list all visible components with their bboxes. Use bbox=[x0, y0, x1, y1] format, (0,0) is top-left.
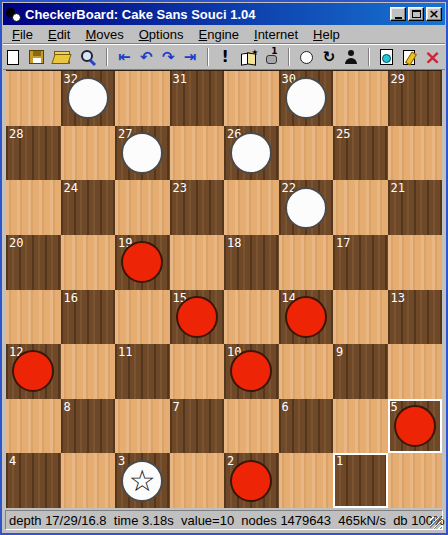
square-7[interactable]: 7 bbox=[170, 399, 225, 454]
square-14[interactable]: 14 bbox=[279, 290, 334, 345]
square-light bbox=[6, 71, 61, 126]
close-button[interactable]: × bbox=[426, 7, 442, 21]
square-light bbox=[333, 180, 388, 235]
red-x-icon: × bbox=[424, 47, 441, 67]
king-star-icon: ☆ bbox=[129, 466, 156, 496]
square-number: 6 bbox=[282, 400, 289, 414]
square-light bbox=[224, 290, 279, 345]
square-18[interactable]: 18 bbox=[224, 235, 279, 290]
square-light bbox=[6, 180, 61, 235]
square-number: 9 bbox=[336, 345, 343, 359]
square-light bbox=[388, 453, 443, 508]
menu-moves[interactable]: Moves bbox=[78, 25, 131, 44]
square-light bbox=[115, 399, 170, 454]
save-icon bbox=[29, 50, 44, 64]
square-4[interactable]: 4 bbox=[6, 453, 61, 508]
toolbar-separator bbox=[106, 48, 108, 66]
square-number: 13 bbox=[391, 291, 405, 305]
swap-sides-button[interactable]: ↻ bbox=[322, 47, 335, 67]
new-document-icon bbox=[7, 50, 19, 65]
square-26[interactable]: 26 bbox=[224, 126, 279, 181]
abort-engine-button[interactable]: × bbox=[424, 47, 441, 67]
book-icon: ★ bbox=[241, 51, 257, 64]
status-panel: depth 17/29/16.8 time 3.18s value=10 nod… bbox=[5, 510, 443, 530]
square-light bbox=[170, 235, 225, 290]
square-32[interactable]: 32 bbox=[61, 71, 116, 126]
square-1[interactable]: 1 bbox=[333, 453, 388, 508]
square-light bbox=[170, 126, 225, 181]
toolbar-separator bbox=[368, 48, 370, 66]
open-game-button[interactable] bbox=[53, 47, 70, 67]
menu-internet[interactable]: Internet bbox=[247, 25, 306, 44]
square-number: 28 bbox=[9, 127, 23, 141]
square-light bbox=[170, 453, 225, 508]
two-player-button[interactable] bbox=[344, 47, 358, 67]
red-man-square-19[interactable] bbox=[121, 241, 163, 283]
square-number: 25 bbox=[336, 127, 350, 141]
square-5[interactable]: 5 bbox=[388, 399, 443, 454]
exclamation-icon: ! bbox=[221, 49, 228, 65]
white-man-square-22[interactable] bbox=[285, 187, 327, 229]
square-number: 1 bbox=[336, 454, 343, 468]
red-man-square-12[interactable] bbox=[12, 350, 54, 392]
square-24[interactable]: 24 bbox=[61, 180, 116, 235]
toolbar: ⇤ ↶ ↷ ⇥ ! ★ 1 ↻ × bbox=[3, 44, 445, 70]
square-22[interactable]: 22 bbox=[279, 180, 334, 235]
square-29[interactable]: 29 bbox=[388, 71, 443, 126]
go-to-end-button[interactable]: ⇥ bbox=[184, 47, 197, 67]
first-move-icon: ⇤ bbox=[118, 50, 131, 65]
square-9[interactable]: 9 bbox=[333, 344, 388, 399]
square-15[interactable]: 15 bbox=[170, 290, 225, 345]
square-3[interactable]: 3☆ bbox=[115, 453, 170, 508]
board: 3231302928272625242322212019181716151413… bbox=[6, 70, 442, 508]
white-man-square-30[interactable] bbox=[285, 77, 327, 119]
minimize-button[interactable] bbox=[390, 7, 406, 21]
go-to-start-button[interactable]: ⇤ bbox=[118, 47, 131, 67]
toolbar-separator bbox=[288, 48, 290, 66]
square-25[interactable]: 25 bbox=[333, 126, 388, 181]
person-icon bbox=[344, 50, 358, 64]
menu-options[interactable]: Options bbox=[132, 25, 192, 44]
square-number: 5 bbox=[391, 400, 398, 414]
red-man-square-10[interactable] bbox=[230, 350, 272, 392]
square-13[interactable]: 13 bbox=[388, 290, 443, 345]
square-light bbox=[388, 344, 443, 399]
title-bar[interactable]: CheckerBoard: Cake Sans Souci 1.04 × bbox=[3, 3, 445, 25]
square-number: 8 bbox=[64, 400, 71, 414]
menu-edit[interactable]: Edit bbox=[41, 25, 78, 44]
square-light bbox=[279, 235, 334, 290]
minimize-icon bbox=[395, 17, 402, 19]
status-bar: depth 17/29/16.8 time 3.18s value=10 nod… bbox=[3, 508, 445, 532]
square-20[interactable]: 20 bbox=[6, 235, 61, 290]
setup-white-button[interactable] bbox=[300, 47, 313, 67]
resize-grip[interactable] bbox=[430, 517, 442, 529]
red-man-square-15[interactable] bbox=[176, 296, 218, 338]
toolbar-separator bbox=[207, 48, 209, 66]
square-8[interactable]: 8 bbox=[61, 399, 116, 454]
square-light bbox=[61, 344, 116, 399]
square-light bbox=[333, 71, 388, 126]
last-move-icon: ⇥ bbox=[184, 50, 197, 65]
square-number: 21 bbox=[391, 181, 405, 195]
square-light bbox=[224, 180, 279, 235]
square-light bbox=[224, 71, 279, 126]
square-light bbox=[279, 126, 334, 181]
square-number: 7 bbox=[173, 400, 180, 414]
menu-file[interactable]: File bbox=[5, 25, 41, 44]
square-17[interactable]: 17 bbox=[333, 235, 388, 290]
square-light bbox=[224, 399, 279, 454]
square-number: 24 bbox=[64, 181, 78, 195]
square-number: 18 bbox=[227, 236, 241, 250]
square-28[interactable]: 28 bbox=[6, 126, 61, 181]
square-light bbox=[61, 453, 116, 508]
square-number: 17 bbox=[336, 236, 350, 250]
square-12[interactable]: 12 bbox=[6, 344, 61, 399]
square-light bbox=[388, 126, 443, 181]
white-king-square-3[interactable]: ☆ bbox=[121, 460, 163, 502]
square-light bbox=[115, 290, 170, 345]
swap-sides-icon: ↻ bbox=[323, 50, 336, 65]
find-game-button[interactable] bbox=[79, 47, 96, 67]
square-2[interactable]: 2 bbox=[224, 453, 279, 508]
square-light bbox=[170, 344, 225, 399]
menu-bar: FileEditMovesOptionsEngineInternetHelp bbox=[3, 25, 445, 44]
white-stone-icon bbox=[300, 51, 313, 64]
square-number: 20 bbox=[9, 236, 23, 250]
square-23[interactable]: 23 bbox=[170, 180, 225, 235]
square-light bbox=[6, 399, 61, 454]
square-27[interactable]: 27 bbox=[115, 126, 170, 181]
replay-move-button[interactable]: ↷ bbox=[162, 47, 175, 67]
redo-move-icon: ↷ bbox=[162, 50, 175, 65]
square-light bbox=[333, 290, 388, 345]
square-light bbox=[279, 453, 334, 508]
square-10[interactable]: 10 bbox=[224, 344, 279, 399]
square-number: 29 bbox=[391, 72, 405, 86]
square-light bbox=[6, 290, 61, 345]
square-21[interactable]: 21 bbox=[388, 180, 443, 235]
analyze-position-button[interactable] bbox=[380, 47, 393, 67]
checkerboard-window: CheckerBoard: Cake Sans Souci 1.04 × Fil… bbox=[0, 0, 448, 535]
white-man-square-26[interactable] bbox=[230, 132, 272, 174]
square-number: 3 bbox=[118, 454, 125, 468]
menu-help[interactable]: Help bbox=[306, 25, 348, 44]
maximize-icon bbox=[412, 10, 421, 18]
square-11[interactable]: 11 bbox=[115, 344, 170, 399]
edit-page-icon bbox=[403, 50, 415, 65]
square-number: 4 bbox=[9, 454, 16, 468]
red-man-square-2[interactable] bbox=[230, 460, 272, 502]
square-number: 23 bbox=[173, 181, 187, 195]
save-game-button[interactable] bbox=[29, 47, 44, 67]
close-icon: × bbox=[429, 9, 440, 19]
square-number: 11 bbox=[118, 345, 132, 359]
edit-comment-button[interactable] bbox=[402, 47, 415, 67]
engine-match-button[interactable]: 1 bbox=[266, 47, 279, 67]
opening-book-button[interactable]: ★ bbox=[241, 47, 257, 67]
square-number: 16 bbox=[64, 291, 78, 305]
square-16[interactable]: 16 bbox=[61, 290, 116, 345]
take-back-button[interactable]: ↶ bbox=[140, 47, 153, 67]
square-number: 2 bbox=[227, 454, 234, 468]
square-light bbox=[388, 235, 443, 290]
square-number: 31 bbox=[173, 72, 187, 86]
square-light bbox=[115, 71, 170, 126]
engine-play-button[interactable]: ! bbox=[219, 47, 232, 67]
red-man-square-5[interactable] bbox=[394, 405, 436, 447]
square-30[interactable]: 30 bbox=[279, 71, 334, 126]
white-man-square-32[interactable] bbox=[67, 77, 109, 119]
undo-move-icon: ↶ bbox=[140, 50, 153, 65]
square-light bbox=[61, 126, 116, 181]
open-folder-icon bbox=[53, 51, 70, 64]
square-19[interactable]: 19 bbox=[115, 235, 170, 290]
maximize-button[interactable] bbox=[408, 7, 424, 21]
square-light bbox=[61, 235, 116, 290]
window-title: CheckerBoard: Cake Sans Souci 1.04 bbox=[25, 7, 386, 22]
search-icon bbox=[79, 49, 96, 65]
square-6[interactable]: 6 bbox=[279, 399, 334, 454]
square-light bbox=[115, 180, 170, 235]
white-man-square-27[interactable] bbox=[121, 132, 163, 174]
engine-status-text: depth 17/29/16.8 time 3.18s value=10 nod… bbox=[9, 513, 448, 528]
analyze-page-icon bbox=[380, 49, 393, 65]
square-light bbox=[333, 399, 388, 454]
square-31[interactable]: 31 bbox=[170, 71, 225, 126]
menu-engine[interactable]: Engine bbox=[192, 25, 247, 44]
square-light bbox=[279, 344, 334, 399]
red-man-square-14[interactable] bbox=[285, 296, 327, 338]
new-game-button[interactable] bbox=[7, 47, 20, 67]
app-checkers-icon bbox=[6, 7, 21, 22]
